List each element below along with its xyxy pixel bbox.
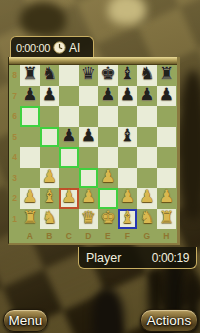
piece-black-bishop: ♝	[120, 127, 135, 144]
piece-white-knight: ♞	[42, 209, 57, 226]
file-label-B: B	[40, 229, 60, 243]
square-c5[interactable]: ♟	[59, 127, 79, 148]
square-e2[interactable]	[98, 188, 118, 209]
square-a8[interactable]: ♜	[20, 65, 40, 86]
rank-label-3: 3	[9, 168, 20, 189]
square-c7[interactable]	[59, 86, 79, 107]
square-f4[interactable]	[118, 147, 138, 168]
square-b5[interactable]	[40, 127, 60, 148]
square-g8[interactable]: ♞	[137, 65, 157, 86]
square-d5[interactable]: ♟	[79, 127, 99, 148]
square-a4[interactable]	[20, 147, 40, 168]
player-label: Player	[86, 251, 121, 265]
piece-black-pawn: ♟	[22, 86, 37, 103]
square-c1[interactable]	[59, 209, 79, 230]
piece-black-rook: ♜	[22, 65, 37, 82]
app-screen: 0:00:00 AI 8♜♞♛♚♝♞♜7♟♟♟♟♟♟65♟♟♝43♟♟2♟♝♟♟…	[0, 0, 200, 333]
square-a7[interactable]: ♟	[20, 86, 40, 107]
piece-black-pawn: ♟	[159, 86, 174, 103]
piece-black-queen: ♛	[81, 65, 96, 82]
square-g3[interactable]	[137, 168, 157, 189]
file-label-G: G	[137, 229, 157, 243]
piece-white-bishop: ♝	[120, 209, 135, 226]
square-d1[interactable]: ♛	[79, 209, 99, 230]
square-h6[interactable]	[157, 106, 177, 127]
square-d6[interactable]	[79, 106, 99, 127]
file-label-H: H	[157, 229, 177, 243]
piece-white-pawn: ♟	[120, 188, 135, 205]
square-b7[interactable]: ♟	[40, 86, 60, 107]
board-grid: 8♜♞♛♚♝♞♜7♟♟♟♟♟♟65♟♟♝43♟♟2♟♝♟♟♟♟♟1♜♞♛♚♝♞♜…	[9, 65, 177, 243]
file-label-C: C	[59, 229, 79, 243]
piece-white-pawn: ♟	[61, 188, 76, 205]
piece-black-king: ♚	[100, 65, 115, 82]
square-h5[interactable]	[157, 127, 177, 148]
square-b1[interactable]: ♞	[40, 209, 60, 230]
piece-white-pawn: ♟	[42, 168, 57, 185]
square-e1[interactable]: ♚	[98, 209, 118, 230]
square-b6[interactable]	[40, 106, 60, 127]
square-d3[interactable]	[79, 168, 99, 189]
piece-white-pawn: ♟	[100, 168, 115, 185]
ai-label: AI	[69, 41, 80, 55]
rank-label-2: 2	[9, 188, 20, 209]
square-e8[interactable]: ♚	[98, 65, 118, 86]
square-d4[interactable]	[79, 147, 99, 168]
square-c2[interactable]: ♟	[59, 188, 79, 209]
piece-white-rook: ♜	[159, 209, 174, 226]
piece-white-pawn: ♟	[159, 188, 174, 205]
rank-label-6: 6	[9, 106, 20, 127]
square-b3[interactable]: ♟	[40, 168, 60, 189]
piece-white-king: ♚	[100, 209, 115, 226]
square-e4[interactable]	[98, 147, 118, 168]
piece-black-pawn: ♟	[81, 127, 96, 144]
square-c4[interactable]	[59, 147, 79, 168]
piece-black-pawn: ♟	[61, 127, 76, 144]
piece-black-bishop: ♝	[120, 65, 135, 82]
board-corner	[9, 229, 20, 243]
square-g1[interactable]: ♞	[137, 209, 157, 230]
piece-white-pawn: ♟	[22, 188, 37, 205]
square-d8[interactable]: ♛	[79, 65, 99, 86]
bg-blob	[178, 70, 200, 220]
square-f5[interactable]: ♝	[118, 127, 138, 148]
piece-black-pawn: ♟	[100, 86, 115, 103]
square-a3[interactable]	[20, 168, 40, 189]
square-a1[interactable]: ♜	[20, 209, 40, 230]
square-h3[interactable]	[157, 168, 177, 189]
bg-blob	[20, 2, 66, 36]
piece-black-knight: ♞	[139, 65, 154, 82]
square-e3[interactable]: ♟	[98, 168, 118, 189]
menu-button[interactable]: Menu	[3, 309, 48, 332]
square-h2[interactable]: ♟	[157, 188, 177, 209]
square-e5[interactable]	[98, 127, 118, 148]
piece-white-bishop: ♝	[42, 188, 57, 205]
piece-black-pawn: ♟	[139, 86, 154, 103]
square-b4[interactable]	[40, 147, 60, 168]
square-f7[interactable]: ♟	[118, 86, 138, 107]
piece-black-pawn: ♟	[120, 86, 135, 103]
square-h7[interactable]: ♟	[157, 86, 177, 107]
clock-icon	[53, 41, 66, 54]
player-clock-tab: Player 0:00:19	[78, 247, 197, 269]
square-f2[interactable]: ♟	[118, 188, 138, 209]
square-f6[interactable]	[118, 106, 138, 127]
square-g2[interactable]: ♟	[137, 188, 157, 209]
piece-white-rook: ♜	[22, 209, 37, 226]
file-label-D: D	[79, 229, 99, 243]
bg-blob	[108, 0, 146, 24]
square-g7[interactable]: ♟	[137, 86, 157, 107]
square-g6[interactable]	[137, 106, 157, 127]
piece-white-knight: ♞	[139, 209, 154, 226]
square-b8[interactable]: ♞	[40, 65, 60, 86]
actions-button[interactable]: Actions	[140, 309, 198, 332]
file-label-F: F	[118, 229, 138, 243]
rank-label-4: 4	[9, 147, 20, 168]
square-h4[interactable]	[157, 147, 177, 168]
square-d2[interactable]: ♟	[79, 188, 99, 209]
chess-board: 8♜♞♛♚♝♞♜7♟♟♟♟♟♟65♟♟♝43♟♟2♟♝♟♟♟♟♟1♜♞♛♚♝♞♜…	[8, 57, 180, 245]
square-h8[interactable]: ♜	[157, 65, 177, 86]
file-label-A: A	[20, 229, 40, 243]
rank-label-7: 7	[9, 86, 20, 107]
square-h1[interactable]: ♜	[157, 209, 177, 230]
rank-label-8: 8	[9, 65, 20, 86]
rank-label-1: 1	[9, 209, 20, 230]
square-f1[interactable]: ♝	[118, 209, 138, 230]
rank-label-5: 5	[9, 127, 20, 148]
piece-black-knight: ♞	[42, 65, 57, 82]
file-label-E: E	[98, 229, 118, 243]
player-timer: 0:00:19	[152, 251, 189, 265]
square-e6[interactable]	[98, 106, 118, 127]
ai-clock-tab: 0:00:00 AI	[10, 36, 94, 58]
square-c3[interactable]	[59, 168, 79, 189]
piece-white-queen: ♛	[81, 209, 96, 226]
piece-black-pawn: ♟	[42, 86, 57, 103]
square-b2[interactable]: ♝	[40, 188, 60, 209]
square-d7[interactable]	[79, 86, 99, 107]
square-c6[interactable]	[59, 106, 79, 127]
square-a6[interactable]	[20, 106, 40, 127]
square-a5[interactable]	[20, 127, 40, 148]
square-c8[interactable]	[59, 65, 79, 86]
square-a2[interactable]: ♟	[20, 188, 40, 209]
piece-white-pawn: ♟	[139, 188, 154, 205]
square-e7[interactable]: ♟	[98, 86, 118, 107]
square-g5[interactable]	[137, 127, 157, 148]
piece-black-rook: ♜	[159, 65, 174, 82]
ai-timer: 0:00:00	[16, 42, 50, 54]
square-f8[interactable]: ♝	[118, 65, 138, 86]
square-g4[interactable]	[137, 147, 157, 168]
piece-white-pawn: ♟	[81, 188, 96, 205]
square-f3[interactable]	[118, 168, 138, 189]
